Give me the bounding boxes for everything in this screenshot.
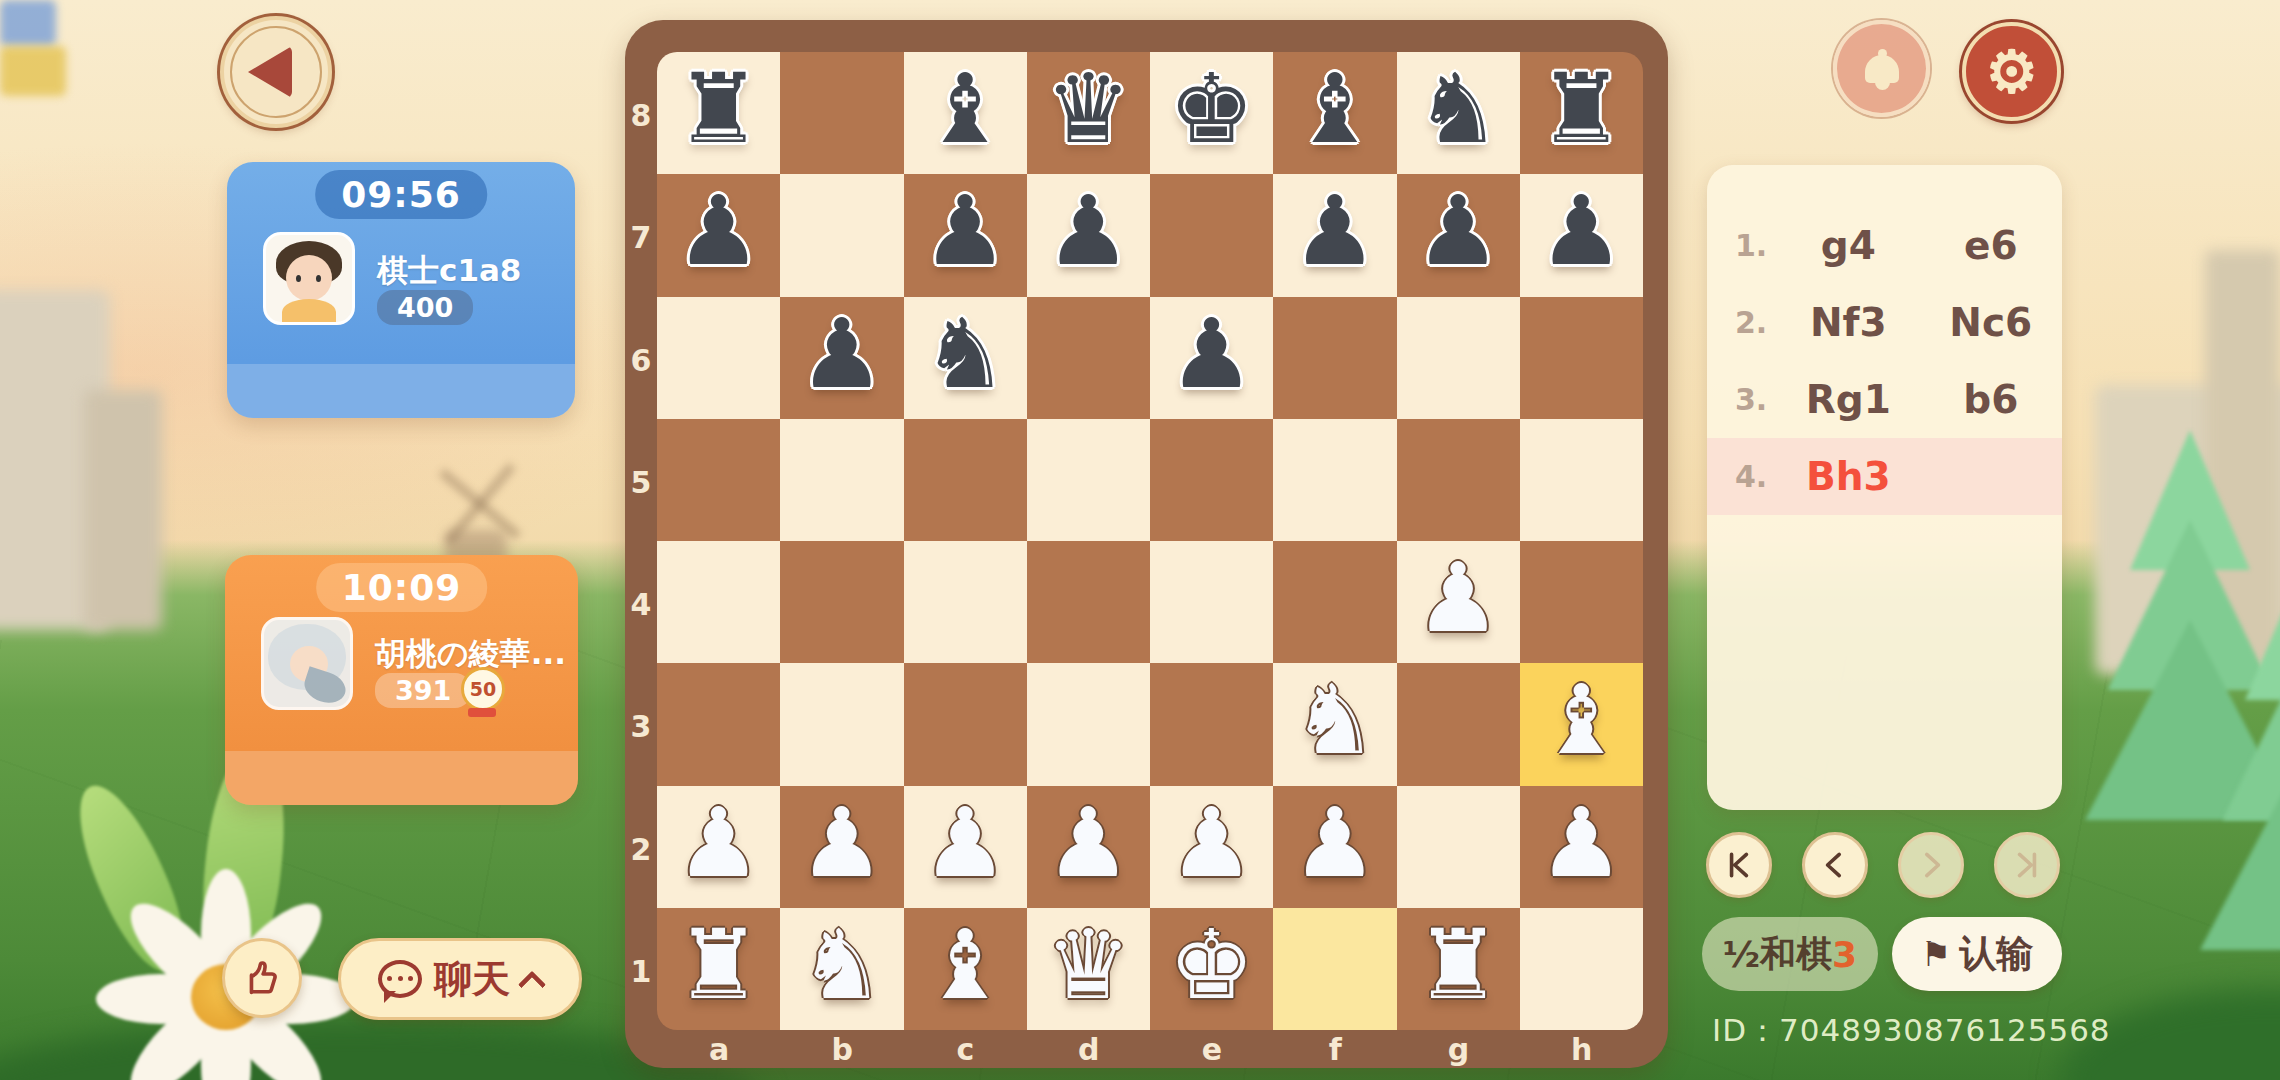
square-c2[interactable]: ♟ <box>904 786 1027 908</box>
offer-draw-button[interactable]: ½和棋3 <box>1702 917 1878 991</box>
toy-block-blue <box>0 0 56 46</box>
piece-white-queen: ♛ <box>1045 917 1131 1013</box>
piece-black-pawn: ♟ <box>922 183 1008 279</box>
square-f2[interactable]: ♟ <box>1273 786 1396 908</box>
square-c5[interactable] <box>904 419 1027 541</box>
piece-white-pawn: ♟ <box>676 795 762 891</box>
bell-icon <box>1862 49 1902 89</box>
move-row-1[interactable]: 1.g4e6 <box>1707 207 2062 284</box>
piece-white-pawn: ♟ <box>1292 795 1378 891</box>
white-move[interactable]: Rg1 <box>1777 377 1920 422</box>
gear-icon: ⚙ <box>1986 43 2038 101</box>
square-f6[interactable] <box>1273 297 1396 419</box>
file-label-e: e <box>1192 1032 1232 1068</box>
black-move[interactable]: b6 <box>1920 377 2063 422</box>
like-button[interactable] <box>222 938 302 1018</box>
draw-count: 3 <box>1832 934 1857 975</box>
square-a8[interactable]: ♜ <box>657 52 780 174</box>
piece-black-pawn: ♟ <box>1292 183 1378 279</box>
file-label-h: h <box>1562 1032 1602 1068</box>
toy-block-yellow <box>0 46 66 96</box>
square-b3[interactable] <box>780 663 903 785</box>
square-b8[interactable] <box>780 52 903 174</box>
rank-label-8: 8 <box>625 98 657 133</box>
square-c4[interactable] <box>904 541 1027 663</box>
square-g5[interactable] <box>1397 419 1520 541</box>
rank-label-7: 7 <box>625 220 657 255</box>
square-g7[interactable]: ♟ <box>1397 174 1520 296</box>
piece-black-pawn: ♟ <box>1415 183 1501 279</box>
square-d1[interactable]: ♛ <box>1027 908 1150 1030</box>
square-a1[interactable]: ♜ <box>657 908 780 1030</box>
file-label-f: f <box>1315 1032 1355 1068</box>
square-f5[interactable] <box>1273 419 1396 541</box>
skip-to-start-icon <box>1722 848 1756 882</box>
square-f4[interactable] <box>1273 541 1396 663</box>
square-f8[interactable]: ♝ <box>1273 52 1396 174</box>
square-e1[interactable]: ♚ <box>1150 908 1273 1030</box>
piece-white-rook: ♜ <box>1415 917 1501 1013</box>
white-move[interactable]: Bh3 <box>1777 454 1920 499</box>
square-e8[interactable]: ♚ <box>1150 52 1273 174</box>
square-h3[interactable]: ♝ <box>1520 663 1643 785</box>
piece-white-bishop: ♝ <box>1538 672 1624 768</box>
square-f1[interactable] <box>1273 908 1396 1030</box>
piece-black-queen: ♛ <box>1045 61 1131 157</box>
file-label-g: g <box>1439 1032 1479 1068</box>
square-f3[interactable]: ♞ <box>1273 663 1396 785</box>
square-d5[interactable] <box>1027 419 1150 541</box>
rank-label-3: 3 <box>625 709 657 744</box>
piece-white-pawn: ♟ <box>1415 550 1501 646</box>
my-player-card: 10:09 胡桃の綾華... 391 50 <box>225 555 578 805</box>
skip-to-end-icon <box>2010 848 2044 882</box>
piece-black-pawn: ♟ <box>1045 183 1131 279</box>
white-move[interactable]: g4 <box>1777 223 1920 268</box>
chevron-right-icon <box>1914 848 1948 882</box>
next-move-button[interactable] <box>1898 832 1964 898</box>
piece-white-pawn: ♟ <box>1169 795 1255 891</box>
game-screen: ⚙ 09:56 棋士c1a8 400 10:09 胡桃の綾華... 391 50… <box>0 0 2280 1080</box>
square-a2[interactable]: ♟ <box>657 786 780 908</box>
rank-label-2: 2 <box>625 832 657 867</box>
file-label-a: a <box>699 1032 739 1068</box>
piece-black-bishop: ♝ <box>1292 61 1378 157</box>
square-e5[interactable] <box>1150 419 1273 541</box>
square-b2[interactable]: ♟ <box>780 786 903 908</box>
file-label-b: b <box>822 1032 862 1068</box>
move-row-4[interactable]: 4.Bh3 <box>1707 438 2062 515</box>
castle-left-tower-small <box>84 390 162 630</box>
move-list-panel[interactable]: 1.g4e62.Nf3Nc63.Rg1b64.Bh3 <box>1707 165 2062 810</box>
square-c8[interactable]: ♝ <box>904 52 1027 174</box>
chat-bubble-icon <box>378 960 422 998</box>
piece-black-bishop: ♝ <box>922 61 1008 157</box>
square-d8[interactable]: ♛ <box>1027 52 1150 174</box>
move-row-2[interactable]: 2.Nf3Nc6 <box>1707 284 2062 361</box>
previous-move-button[interactable] <box>1802 832 1868 898</box>
square-e3[interactable] <box>1150 663 1273 785</box>
square-g4[interactable]: ♟ <box>1397 541 1520 663</box>
piece-white-pawn: ♟ <box>1045 795 1131 891</box>
back-button[interactable] <box>220 16 332 128</box>
opponent-avatar[interactable] <box>263 232 355 325</box>
square-c6[interactable]: ♞ <box>904 297 1027 419</box>
square-b5[interactable] <box>780 419 903 541</box>
chat-button[interactable]: 聊天 <box>338 938 582 1020</box>
square-b4[interactable] <box>780 541 903 663</box>
level-badge: 50 <box>461 667 505 711</box>
settings-button[interactable]: ⚙ <box>1962 22 2061 121</box>
resign-label: 认输 <box>1959 929 2033 979</box>
back-arrow-icon <box>248 46 292 98</box>
square-d6[interactable] <box>1027 297 1150 419</box>
square-a3[interactable] <box>657 663 780 785</box>
piece-black-knight: ♞ <box>922 306 1008 402</box>
rank-label-5: 5 <box>625 465 657 500</box>
piece-black-rook: ♜ <box>1538 61 1624 157</box>
first-move-button[interactable] <box>1706 832 1772 898</box>
piece-white-knight: ♞ <box>1292 672 1378 768</box>
rank-label-1: 1 <box>625 954 657 989</box>
rank-label-6: 6 <box>625 343 657 378</box>
piece-white-bishop: ♝ <box>922 917 1008 1013</box>
move-number: 4. <box>1707 459 1777 494</box>
piece-black-king: ♚ <box>1169 61 1255 157</box>
my-name: 胡桃の綾華... <box>375 633 566 675</box>
square-g3[interactable] <box>1397 663 1520 785</box>
square-h2[interactable]: ♟ <box>1520 786 1643 908</box>
piece-white-knight: ♞ <box>799 917 885 1013</box>
white-move[interactable]: Nf3 <box>1777 300 1920 345</box>
square-c1[interactable]: ♝ <box>904 908 1027 1030</box>
my-clock: 10:09 <box>316 563 488 612</box>
square-e2[interactable]: ♟ <box>1150 786 1273 908</box>
square-g6[interactable] <box>1397 297 1520 419</box>
resign-button[interactable]: ⚑认输 <box>1892 917 2062 991</box>
piece-black-pawn: ♟ <box>1538 183 1624 279</box>
move-row-3[interactable]: 3.Rg1b6 <box>1707 361 2062 438</box>
board-grid: ♜♝♛♚♝♞♜♟♟♟♟♟♟♟♞♟♟♞♝♟♟♟♟♟♟♟♜♞♝♛♚♜ <box>657 52 1643 1030</box>
chat-label: 聊天 <box>434 954 510 1005</box>
my-rating-badge: 391 <box>375 673 471 708</box>
square-a4[interactable] <box>657 541 780 663</box>
opponent-rating-badge: 400 <box>377 290 473 325</box>
square-d7[interactable]: ♟ <box>1027 174 1150 296</box>
square-h1[interactable] <box>1520 908 1643 1030</box>
half-symbol: ½ <box>1723 934 1760 975</box>
square-a7[interactable]: ♟ <box>657 174 780 296</box>
rank-label-4: 4 <box>625 587 657 622</box>
square-b1[interactable]: ♞ <box>780 908 903 1030</box>
piece-white-king: ♚ <box>1169 917 1255 1013</box>
thumbs-up-icon <box>239 955 285 1001</box>
square-e4[interactable] <box>1150 541 1273 663</box>
file-label-d: d <box>1069 1032 1109 1068</box>
piece-black-pawn: ♟ <box>676 183 762 279</box>
square-h8[interactable]: ♜ <box>1520 52 1643 174</box>
square-c7[interactable]: ♟ <box>904 174 1027 296</box>
piece-white-pawn: ♟ <box>922 795 1008 891</box>
piece-white-rook: ♜ <box>676 917 762 1013</box>
square-c3[interactable] <box>904 663 1027 785</box>
square-a5[interactable] <box>657 419 780 541</box>
square-h7[interactable]: ♟ <box>1520 174 1643 296</box>
draw-label: 和棋 <box>1760 930 1832 979</box>
square-b6[interactable]: ♟ <box>780 297 903 419</box>
my-avatar[interactable] <box>261 617 353 710</box>
move-number: 1. <box>1707 228 1777 263</box>
chevron-up-icon <box>518 971 546 999</box>
opponent-player-card: 09:56 棋士c1a8 400 <box>227 162 575 418</box>
square-a6[interactable] <box>657 297 780 419</box>
move-number: 3. <box>1707 382 1777 417</box>
piece-white-pawn: ♟ <box>1538 795 1624 891</box>
square-d2[interactable]: ♟ <box>1027 786 1150 908</box>
piece-black-rook: ♜ <box>676 61 762 157</box>
opponent-clock: 09:56 <box>315 170 487 219</box>
square-d4[interactable] <box>1027 541 1150 663</box>
square-d3[interactable] <box>1027 663 1150 785</box>
piece-black-pawn: ♟ <box>1169 306 1255 402</box>
piece-black-knight: ♞ <box>1415 61 1501 157</box>
piece-white-pawn: ♟ <box>799 795 885 891</box>
last-move-button[interactable] <box>1994 832 2060 898</box>
flag-icon: ⚑ <box>1921 934 1951 974</box>
square-h4[interactable] <box>1520 541 1643 663</box>
file-label-c: c <box>946 1032 986 1068</box>
square-e7[interactable] <box>1150 174 1273 296</box>
square-e6[interactable]: ♟ <box>1150 297 1273 419</box>
square-h6[interactable] <box>1520 297 1643 419</box>
chevron-left-icon <box>1818 848 1852 882</box>
opponent-name: 棋士c1a8 <box>377 250 521 292</box>
square-h5[interactable] <box>1520 419 1643 541</box>
square-g2[interactable] <box>1397 786 1520 908</box>
chess-board: ♜♝♛♚♝♞♜♟♟♟♟♟♟♟♞♟♟♞♝♟♟♟♟♟♟♟♜♞♝♛♚♜ 8765432… <box>625 20 1668 1068</box>
square-b7[interactable] <box>780 174 903 296</box>
black-move[interactable]: Nc6 <box>1920 300 2063 345</box>
game-id-text: ID：7048930876125568 <box>1712 1010 2111 1052</box>
piece-black-pawn: ♟ <box>799 306 885 402</box>
black-move[interactable]: e6 <box>1920 223 2063 268</box>
move-number: 2. <box>1707 305 1777 340</box>
square-g8[interactable]: ♞ <box>1397 52 1520 174</box>
square-f7[interactable]: ♟ <box>1273 174 1396 296</box>
square-g1[interactable]: ♜ <box>1397 908 1520 1030</box>
notification-button[interactable] <box>1833 20 1930 117</box>
